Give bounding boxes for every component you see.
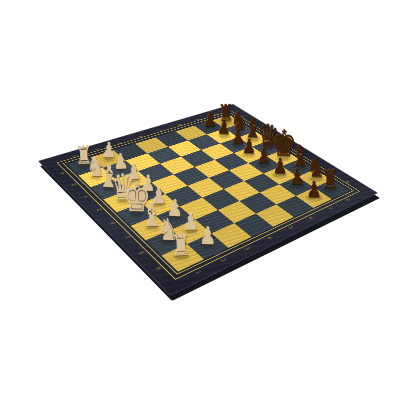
coord-rank-8-right: 8 <box>345 198 352 202</box>
coord-file-f-top: f <box>312 160 317 162</box>
coord-file-e-top: e <box>296 150 302 153</box>
coord-rank-5-left: 5 <box>158 129 164 132</box>
coord-file-b-top: b <box>253 124 259 126</box>
chess-set-photo: aa88bb77cc66dd55ee44ff33gg22hh11 ♜♞♝♛♚♝♞… <box>0 0 400 400</box>
coord-file-a-bottom: a <box>59 171 66 174</box>
coord-rank-2-right: 2 <box>220 257 228 262</box>
coord-file-g-bottom: g <box>138 250 146 255</box>
coord-rank-4-left: 4 <box>137 135 143 138</box>
coord-rank-1-left: 1 <box>71 155 78 158</box>
coord-rank-3-left: 3 <box>116 141 122 144</box>
coord-file-f-bottom: f <box>123 236 130 240</box>
coord-file-a-top: a <box>240 116 245 118</box>
coord-file-g-top: g <box>327 170 333 173</box>
coord-rank-3-right: 3 <box>244 246 252 251</box>
coord-rank-7-left: 7 <box>195 118 201 120</box>
coord-file-h-top: h <box>344 181 350 184</box>
coord-file-c-top: c <box>267 132 272 134</box>
coord-rank-2-left: 2 <box>94 148 101 151</box>
coord-rank-1-right: 1 <box>194 270 202 275</box>
coord-file-h-bottom: h <box>154 266 162 271</box>
coord-rank-6-left: 6 <box>177 124 183 126</box>
coord-rank-5-right: 5 <box>287 225 294 229</box>
coord-rank-4-right: 4 <box>266 235 273 239</box>
coord-rank-7-right: 7 <box>327 207 334 211</box>
coord-file-c-bottom: c <box>83 195 90 199</box>
chess-board: aa88bb77cc66dd55ee44ff33gg22hh11 <box>38 104 378 296</box>
board-grid <box>67 115 349 272</box>
coord-rank-8-left: 8 <box>213 113 219 115</box>
coord-file-b-bottom: b <box>70 183 77 187</box>
coord-file-d-bottom: d <box>95 208 103 212</box>
coord-file-d-top: d <box>281 141 287 144</box>
coord-file-e-bottom: e <box>109 221 117 225</box>
coord-rank-6-right: 6 <box>308 216 315 220</box>
